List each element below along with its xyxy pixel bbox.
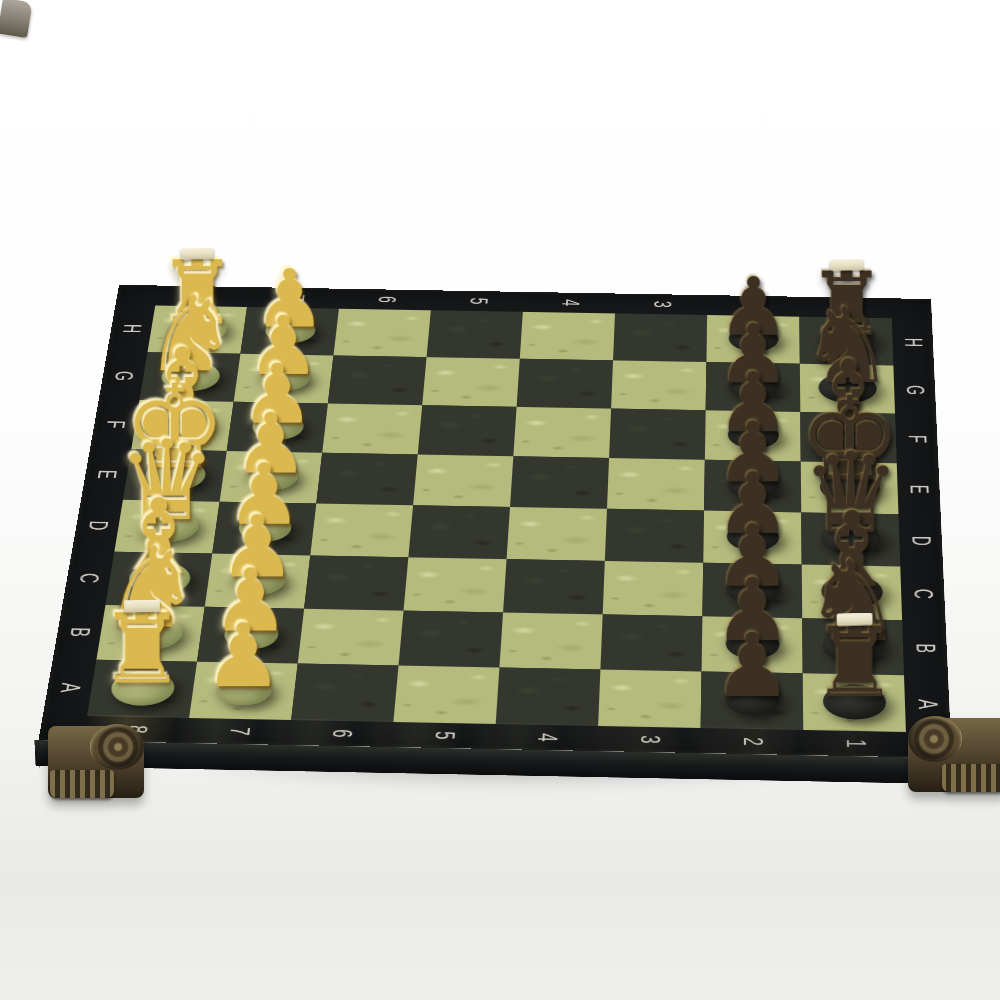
- foot-ribs: [942, 764, 1000, 792]
- square-a5: [393, 666, 499, 724]
- rank-label-top-2: 2: [741, 302, 765, 309]
- square-f5: [418, 405, 517, 456]
- square-a7: ♟: [189, 662, 298, 720]
- chess-set-photo: ♜♟♟♜♞♟♟♞♝♟♟♝♚♟♟♚♛♟♟♛♝♟♟♝♞♟♟♞♜♟♟♜ HHGGFFE…: [0, 0, 1000, 1000]
- rank-label-top-8: 8: [190, 293, 215, 300]
- board-right-edge-face: [930, 297, 952, 787]
- square-e4: [510, 456, 609, 508]
- square-d5: [408, 505, 510, 559]
- rank-label-top-5: 5: [466, 298, 490, 305]
- square-b5: [399, 611, 504, 668]
- rook-marble-cap: [123, 599, 159, 613]
- rank-label-top-6: 6: [374, 296, 398, 303]
- board-3d-scene: ♜♟♟♜♞♟♟♞♝♟♟♝♚♟♟♚♛♟♟♛♝♟♟♝♞♟♟♞♜♟♟♜ HHGGFFE…: [39, 285, 952, 758]
- square-c4: [503, 559, 605, 614]
- file-label-left-g: G: [110, 371, 136, 381]
- bronze-rook-icon: ♜: [811, 620, 898, 709]
- front-right-scroll-foot: [908, 718, 1000, 792]
- square-f4: [513, 407, 611, 458]
- square-d4: [507, 507, 607, 561]
- board-squares-grid: ♜♟♟♜♞♟♟♞♝♟♟♝♚♟♟♚♛♟♟♛♝♟♟♝♞♟♟♞♜♟♟♜: [87, 305, 906, 732]
- rook-marble-cap: [830, 259, 863, 272]
- square-e5: [413, 455, 513, 507]
- file-label-right-g: G: [902, 385, 927, 395]
- rank-label-top-4: 4: [557, 299, 581, 306]
- square-h5: [427, 310, 523, 359]
- file-label-right-h: H: [901, 338, 925, 347]
- gold-pawn-icon: ♟: [203, 616, 282, 697]
- foot-ribs: [50, 770, 114, 798]
- back-left-foot: [0, 0, 33, 38]
- square-h4: [520, 312, 615, 361]
- square-g4: [517, 359, 613, 409]
- square-b4: [499, 613, 602, 670]
- front-left-scroll-foot: [48, 726, 144, 798]
- rook-marble-cap: [180, 247, 213, 260]
- square-g5: [422, 357, 520, 407]
- square-a1: ♜: [803, 673, 906, 732]
- rank-label-top-7: 7: [282, 294, 306, 301]
- piece-gold-p-a7: ♟: [164, 616, 321, 697]
- rook-marble-cap: [836, 613, 872, 627]
- file-label-left-h: H: [119, 324, 144, 333]
- file-label-right-f: F: [904, 435, 929, 443]
- rank-label-top-1: 1: [833, 304, 857, 311]
- square-a4: [496, 667, 601, 725]
- rank-label-top-3: 3: [649, 301, 673, 308]
- chess-board: ♜♟♟♜♞♟♟♞♝♟♟♝♚♟♟♚♛♟♟♛♝♟♟♝♞♟♟♞♜♟♟♜ HHGGFFE…: [39, 285, 952, 758]
- square-c5: [404, 557, 507, 612]
- foot-volute-scroll-icon: [908, 716, 962, 762]
- foot-volute-scroll-icon: [90, 724, 144, 770]
- piece-bronze-r-a1: ♜: [775, 613, 933, 708]
